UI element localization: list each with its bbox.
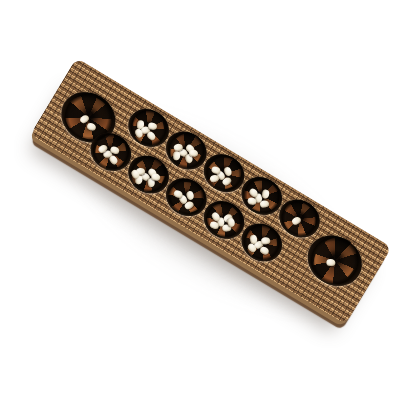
seed-shell <box>189 149 198 157</box>
photo-scene <box>0 0 416 416</box>
seed-shell <box>326 259 335 266</box>
seed-shell <box>262 189 270 199</box>
seed-shell <box>173 151 180 160</box>
